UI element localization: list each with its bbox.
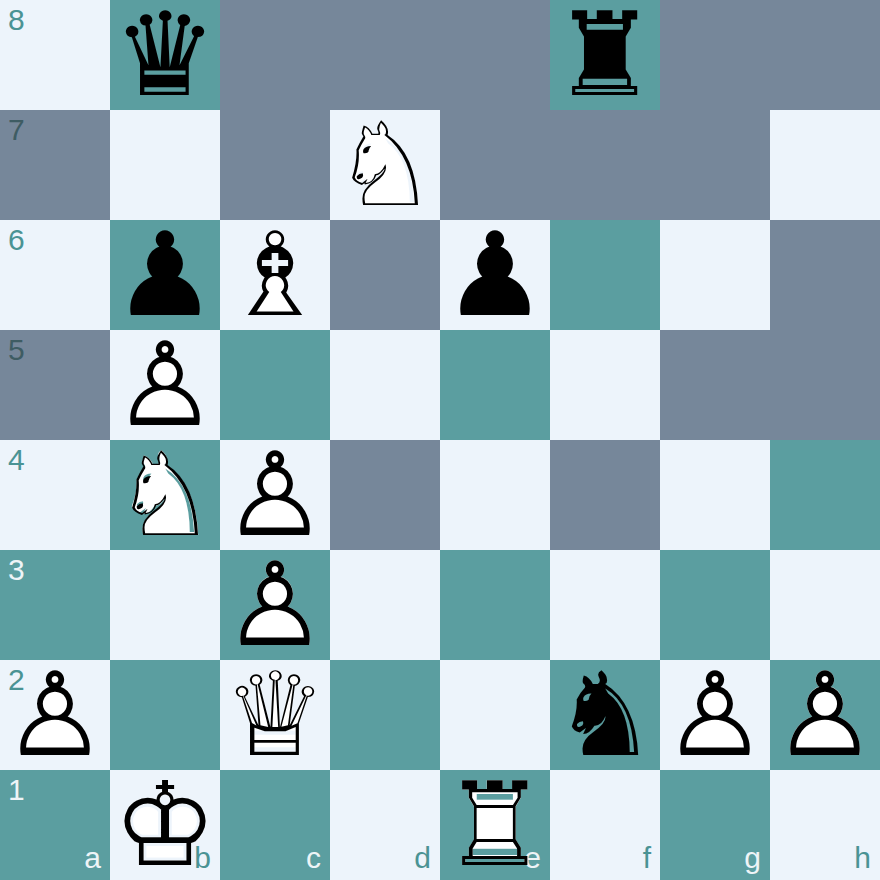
square-f5[interactable] bbox=[550, 330, 660, 440]
white-pawn-outline-icon: ♙ bbox=[220, 440, 330, 550]
square-b7[interactable] bbox=[110, 110, 220, 220]
square-a8[interactable]: 8 bbox=[0, 0, 110, 110]
square-e5[interactable] bbox=[440, 330, 550, 440]
square-f8[interactable]: ♜ bbox=[550, 0, 660, 110]
square-d6[interactable] bbox=[330, 220, 440, 330]
black-queen-icon: ♛ bbox=[110, 0, 220, 110]
square-g1[interactable]: g bbox=[660, 770, 770, 880]
square-f6[interactable] bbox=[550, 220, 660, 330]
square-b3[interactable] bbox=[110, 550, 220, 660]
white-knight-outline-icon: ♘ bbox=[330, 110, 440, 220]
black-knight-icon: ♞ bbox=[550, 660, 660, 770]
square-d7[interactable]: ♞♘ bbox=[330, 110, 440, 220]
square-b8[interactable]: ♛ bbox=[110, 0, 220, 110]
square-d1[interactable]: d bbox=[330, 770, 440, 880]
square-e6[interactable]: ♟ bbox=[440, 220, 550, 330]
square-h8[interactable] bbox=[770, 0, 880, 110]
square-d3[interactable] bbox=[330, 550, 440, 660]
square-b2[interactable] bbox=[110, 660, 220, 770]
black-pawn-icon: ♟ bbox=[440, 220, 550, 330]
piece-white-pawn[interactable]: ♟♙ bbox=[660, 660, 770, 770]
piece-white-bishop[interactable]: ♝♗ bbox=[220, 220, 330, 330]
rank-label-1: 1 bbox=[8, 775, 25, 805]
white-king-outline-icon: ♔ bbox=[110, 770, 220, 880]
white-knight-outline-icon: ♘ bbox=[110, 440, 220, 550]
piece-white-knight[interactable]: ♞♘ bbox=[330, 110, 440, 220]
square-f7[interactable] bbox=[550, 110, 660, 220]
file-label-a: a bbox=[84, 843, 101, 873]
square-a1[interactable]: 1a bbox=[0, 770, 110, 880]
rank-label-6: 6 bbox=[8, 225, 25, 255]
square-a4[interactable]: 4 bbox=[0, 440, 110, 550]
square-g8[interactable] bbox=[660, 0, 770, 110]
square-a6[interactable]: 6 bbox=[0, 220, 110, 330]
square-g5[interactable] bbox=[660, 330, 770, 440]
rank-label-3: 3 bbox=[8, 555, 25, 585]
square-g7[interactable] bbox=[660, 110, 770, 220]
square-e2[interactable] bbox=[440, 660, 550, 770]
file-label-f: f bbox=[643, 843, 651, 873]
piece-white-knight[interactable]: ♞♘ bbox=[110, 440, 220, 550]
white-bishop-outline-icon: ♗ bbox=[220, 220, 330, 330]
rank-label-5: 5 bbox=[8, 335, 25, 365]
square-a5[interactable]: 5 bbox=[0, 330, 110, 440]
black-rook-icon: ♜ bbox=[550, 0, 660, 110]
square-e1[interactable]: e♜♖ bbox=[440, 770, 550, 880]
piece-white-queen[interactable]: ♛♕ bbox=[220, 660, 330, 770]
file-label-d: d bbox=[414, 843, 431, 873]
piece-white-rook[interactable]: ♜♖ bbox=[440, 770, 550, 880]
square-c8[interactable] bbox=[220, 0, 330, 110]
square-e8[interactable] bbox=[440, 0, 550, 110]
square-h5[interactable] bbox=[770, 330, 880, 440]
square-c3[interactable]: ♟♙ bbox=[220, 550, 330, 660]
piece-white-king[interactable]: ♚♔ bbox=[110, 770, 220, 880]
rank-label-8: 8 bbox=[8, 5, 25, 35]
white-pawn-outline-icon: ♙ bbox=[0, 660, 110, 770]
square-g4[interactable] bbox=[660, 440, 770, 550]
piece-black-pawn[interactable]: ♟ bbox=[440, 220, 550, 330]
square-c4[interactable]: ♟♙ bbox=[220, 440, 330, 550]
square-c1[interactable]: c bbox=[220, 770, 330, 880]
square-a7[interactable]: 7 bbox=[0, 110, 110, 220]
square-e4[interactable] bbox=[440, 440, 550, 550]
file-label-c: c bbox=[306, 843, 321, 873]
square-b1[interactable]: b♚♔ bbox=[110, 770, 220, 880]
file-label-g: g bbox=[744, 843, 761, 873]
square-h3[interactable] bbox=[770, 550, 880, 660]
square-a3[interactable]: 3 bbox=[0, 550, 110, 660]
piece-white-pawn[interactable]: ♟♙ bbox=[770, 660, 880, 770]
square-g6[interactable] bbox=[660, 220, 770, 330]
piece-black-queen[interactable]: ♛ bbox=[110, 0, 220, 110]
rank-label-4: 4 bbox=[8, 445, 25, 475]
square-d2[interactable] bbox=[330, 660, 440, 770]
square-d5[interactable] bbox=[330, 330, 440, 440]
square-f3[interactable] bbox=[550, 550, 660, 660]
rank-label-7: 7 bbox=[8, 115, 25, 145]
white-pawn-outline-icon: ♙ bbox=[110, 330, 220, 440]
square-h6[interactable] bbox=[770, 220, 880, 330]
square-d8[interactable] bbox=[330, 0, 440, 110]
white-pawn-outline-icon: ♙ bbox=[770, 660, 880, 770]
piece-white-pawn[interactable]: ♟♙ bbox=[0, 660, 110, 770]
square-f2[interactable]: ♞ bbox=[550, 660, 660, 770]
square-a2[interactable]: 2♟♙ bbox=[0, 660, 110, 770]
piece-black-knight[interactable]: ♞ bbox=[550, 660, 660, 770]
piece-white-pawn[interactable]: ♟♙ bbox=[220, 550, 330, 660]
square-b5[interactable]: ♟♙ bbox=[110, 330, 220, 440]
square-h2[interactable]: ♟♙ bbox=[770, 660, 880, 770]
square-h7[interactable] bbox=[770, 110, 880, 220]
square-b4[interactable]: ♞♘ bbox=[110, 440, 220, 550]
white-queen-outline-icon: ♕ bbox=[220, 660, 330, 770]
square-c5[interactable] bbox=[220, 330, 330, 440]
piece-black-pawn[interactable]: ♟ bbox=[110, 220, 220, 330]
white-pawn-outline-icon: ♙ bbox=[660, 660, 770, 770]
piece-white-pawn[interactable]: ♟♙ bbox=[220, 440, 330, 550]
square-f1[interactable]: f bbox=[550, 770, 660, 880]
square-b6[interactable]: ♟ bbox=[110, 220, 220, 330]
square-e7[interactable] bbox=[440, 110, 550, 220]
square-c2[interactable]: ♛♕ bbox=[220, 660, 330, 770]
file-label-h: h bbox=[854, 843, 871, 873]
piece-black-rook[interactable]: ♜ bbox=[550, 0, 660, 110]
square-f4[interactable] bbox=[550, 440, 660, 550]
square-e3[interactable] bbox=[440, 550, 550, 660]
square-h1[interactable]: h bbox=[770, 770, 880, 880]
square-g3[interactable] bbox=[660, 550, 770, 660]
white-rook-outline-icon: ♖ bbox=[440, 770, 550, 880]
square-c6[interactable]: ♝♗ bbox=[220, 220, 330, 330]
square-c7[interactable] bbox=[220, 110, 330, 220]
square-d4[interactable] bbox=[330, 440, 440, 550]
piece-white-pawn[interactable]: ♟♙ bbox=[110, 330, 220, 440]
square-h4[interactable] bbox=[770, 440, 880, 550]
chess-board: 8♛♜7♞♘6♟♝♗♟5♟♙4♞♘♟♙3♟♙2♟♙♛♕♞♟♙♟♙1ab♚♔cde… bbox=[0, 0, 880, 880]
square-g2[interactable]: ♟♙ bbox=[660, 660, 770, 770]
white-pawn-outline-icon: ♙ bbox=[220, 550, 330, 660]
black-pawn-icon: ♟ bbox=[110, 220, 220, 330]
